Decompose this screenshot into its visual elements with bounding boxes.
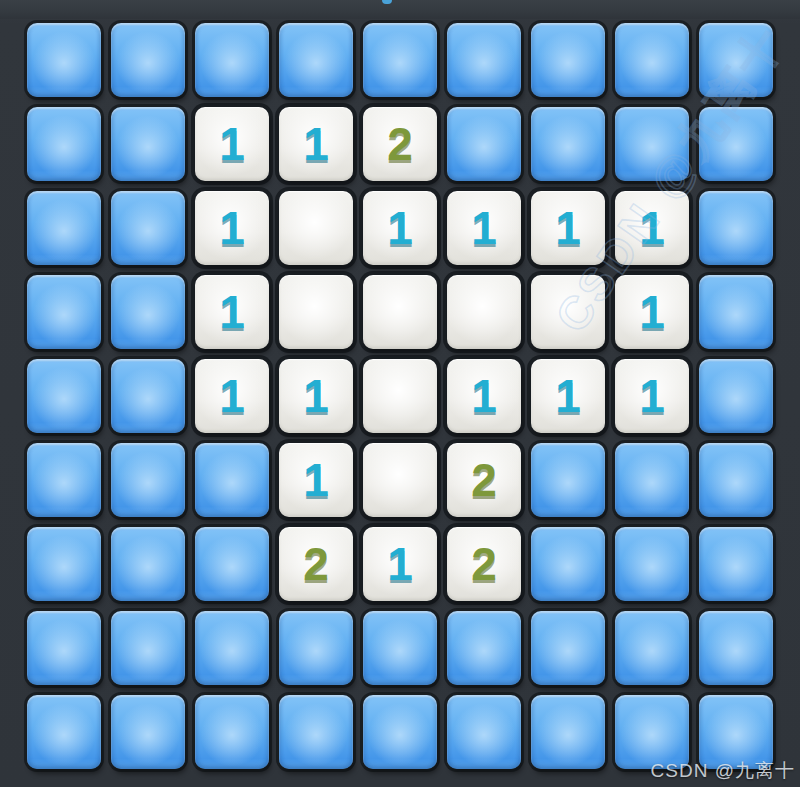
cell-r6-c6[interactable]: [531, 527, 605, 601]
cell-r1-c3[interactable]: 1: [279, 107, 353, 181]
cell-r0-c0[interactable]: [27, 23, 101, 97]
cell-r1-c5[interactable]: [447, 107, 521, 181]
cell-r5-c6[interactable]: [531, 443, 605, 517]
cell-r7-c2[interactable]: [195, 611, 269, 685]
top-edge-strip: [0, 0, 800, 19]
mine-count-1: 1: [387, 191, 413, 265]
cell-r4-c7[interactable]: 1: [615, 359, 689, 433]
cell-r7-c7[interactable]: [615, 611, 689, 685]
cell-r4-c3[interactable]: 1: [279, 359, 353, 433]
cell-r3-c8[interactable]: [699, 275, 773, 349]
cell-r3-c1[interactable]: [111, 275, 185, 349]
cell-r4-c4[interactable]: [363, 359, 437, 433]
cell-r8-c1[interactable]: [111, 695, 185, 769]
cell-r0-c3[interactable]: [279, 23, 353, 97]
cell-r6-c4[interactable]: 1: [363, 527, 437, 601]
cell-r6-c5[interactable]: 2: [447, 527, 521, 601]
cell-r1-c4[interactable]: 2: [363, 107, 437, 181]
cell-r6-c7[interactable]: [615, 527, 689, 601]
cell-r5-c0[interactable]: [27, 443, 101, 517]
cell-r4-c2[interactable]: 1: [195, 359, 269, 433]
mine-count-1: 1: [471, 359, 497, 433]
mine-count-2: 2: [471, 527, 497, 601]
cell-r5-c2[interactable]: [195, 443, 269, 517]
cell-r5-c3[interactable]: 1: [279, 443, 353, 517]
cell-r2-c3[interactable]: [279, 191, 353, 265]
mine-count-1: 1: [219, 191, 245, 265]
cell-r0-c4[interactable]: [363, 23, 437, 97]
cell-r2-c4[interactable]: 1: [363, 191, 437, 265]
mine-count-1: 1: [219, 275, 245, 349]
cell-r4-c5[interactable]: 1: [447, 359, 521, 433]
cell-r2-c2[interactable]: 1: [195, 191, 269, 265]
cell-r2-c7[interactable]: 1: [615, 191, 689, 265]
cell-r4-c8[interactable]: [699, 359, 773, 433]
mine-count-1: 1: [639, 275, 665, 349]
cell-r7-c0[interactable]: [27, 611, 101, 685]
cell-r1-c1[interactable]: [111, 107, 185, 181]
minesweeper-board: 11211111111111112212: [27, 23, 773, 769]
mine-count-1: 1: [303, 443, 329, 517]
cell-r2-c0[interactable]: [27, 191, 101, 265]
cell-r1-c0[interactable]: [27, 107, 101, 181]
cell-r7-c3[interactable]: [279, 611, 353, 685]
cell-r3-c6[interactable]: [531, 275, 605, 349]
cell-r7-c6[interactable]: [531, 611, 605, 685]
cell-r0-c1[interactable]: [111, 23, 185, 97]
cell-r8-c5[interactable]: [447, 695, 521, 769]
cell-r0-c5[interactable]: [447, 23, 521, 97]
cell-r8-c0[interactable]: [27, 695, 101, 769]
cell-r2-c6[interactable]: 1: [531, 191, 605, 265]
cell-r1-c6[interactable]: [531, 107, 605, 181]
cell-r8-c2[interactable]: [195, 695, 269, 769]
mine-count-1: 1: [639, 359, 665, 433]
cell-r7-c5[interactable]: [447, 611, 521, 685]
cell-r0-c6[interactable]: [531, 23, 605, 97]
mine-count-1: 1: [219, 107, 245, 181]
mine-count-2: 2: [387, 107, 413, 181]
mine-count-1: 1: [219, 359, 245, 433]
cell-r5-c8[interactable]: [699, 443, 773, 517]
minesweeper-app: 11211111111111112212 CSDN @九离十 CSDN @九离十: [0, 0, 800, 787]
watermark-bottom-right: CSDN @九离十: [651, 758, 795, 784]
cell-r6-c3[interactable]: 2: [279, 527, 353, 601]
cell-r5-c7[interactable]: [615, 443, 689, 517]
mine-count-1: 1: [555, 191, 581, 265]
cell-r3-c0[interactable]: [27, 275, 101, 349]
cell-r6-c8[interactable]: [699, 527, 773, 601]
cell-r7-c1[interactable]: [111, 611, 185, 685]
cell-r6-c2[interactable]: [195, 527, 269, 601]
cell-r4-c0[interactable]: [27, 359, 101, 433]
cell-r2-c8[interactable]: [699, 191, 773, 265]
cell-r2-c5[interactable]: 1: [447, 191, 521, 265]
cell-r2-c1[interactable]: [111, 191, 185, 265]
cell-r3-c3[interactable]: [279, 275, 353, 349]
top-edge-cell-glimpse: [382, 0, 392, 4]
cell-r3-c7[interactable]: 1: [615, 275, 689, 349]
mine-count-2: 2: [471, 443, 497, 517]
cell-r3-c2[interactable]: 1: [195, 275, 269, 349]
cell-r8-c3[interactable]: [279, 695, 353, 769]
cell-r0-c8[interactable]: [699, 23, 773, 97]
cell-r6-c0[interactable]: [27, 527, 101, 601]
cell-r1-c8[interactable]: [699, 107, 773, 181]
cell-r8-c6[interactable]: [531, 695, 605, 769]
cell-r7-c8[interactable]: [699, 611, 773, 685]
cell-r5-c4[interactable]: [363, 443, 437, 517]
mine-count-1: 1: [555, 359, 581, 433]
cell-r0-c2[interactable]: [195, 23, 269, 97]
cell-r5-c1[interactable]: [111, 443, 185, 517]
cell-r6-c1[interactable]: [111, 527, 185, 601]
cell-r0-c7[interactable]: [615, 23, 689, 97]
cell-r4-c1[interactable]: [111, 359, 185, 433]
cell-r3-c5[interactable]: [447, 275, 521, 349]
mine-count-2: 2: [303, 527, 329, 601]
mine-count-1: 1: [471, 191, 497, 265]
cell-r1-c7[interactable]: [615, 107, 689, 181]
cell-r3-c4[interactable]: [363, 275, 437, 349]
mine-count-1: 1: [303, 359, 329, 433]
cell-r7-c4[interactable]: [363, 611, 437, 685]
mine-count-1: 1: [303, 107, 329, 181]
cell-r8-c4[interactable]: [363, 695, 437, 769]
mine-count-1: 1: [387, 527, 413, 601]
cell-r5-c5[interactable]: 2: [447, 443, 521, 517]
mine-count-1: 1: [639, 191, 665, 265]
cell-r1-c2[interactable]: 1: [195, 107, 269, 181]
cell-r4-c6[interactable]: 1: [531, 359, 605, 433]
